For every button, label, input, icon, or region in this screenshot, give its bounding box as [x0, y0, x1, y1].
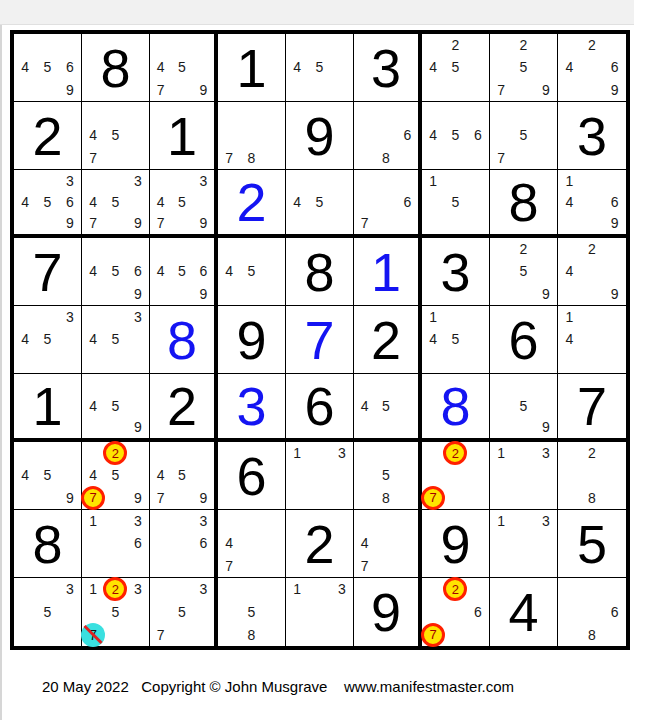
empty-candidate-slot: [558, 34, 581, 56]
empty-candidate-slot: [286, 623, 308, 646]
cell-r8c9[interactable]: 5: [558, 510, 626, 578]
cell-r3c3[interactable]: 34579: [150, 170, 218, 238]
empty-candidate-slot: [127, 555, 149, 577]
cell-r2c4[interactable]: 78: [218, 102, 286, 170]
empty-candidate-slot: [375, 510, 396, 532]
cell-r7c6[interactable]: 58: [354, 442, 422, 510]
empty-candidate-slot: [444, 170, 466, 191]
empty-candidate-slot: [36, 170, 58, 191]
cell-r6c6[interactable]: 45: [354, 374, 422, 442]
candidate-7: 7: [422, 623, 444, 646]
cell-r2c5[interactable]: 9: [286, 102, 354, 170]
candidate-grid: 45: [286, 34, 353, 101]
empty-candidate-slot: [354, 374, 375, 395]
candidate-grid: 145: [422, 306, 489, 373]
candidate-3: 3: [127, 170, 149, 191]
candidate-grid: 45: [286, 170, 353, 234]
empty-candidate-slot: [193, 442, 214, 464]
empty-candidate-slot: [444, 623, 466, 646]
candidate-7: 7: [354, 213, 375, 234]
cell-r7c7[interactable]: 27: [422, 442, 490, 510]
empty-candidate-slot: [104, 374, 126, 395]
empty-candidate-slot: [193, 34, 214, 56]
cell-value: 9: [218, 306, 285, 373]
empty-candidate-slot: [422, 442, 444, 464]
empty-candidate-slot: [171, 510, 192, 532]
empty-candidate-slot: [104, 351, 126, 373]
cell-value: 1: [218, 34, 285, 101]
cell-r4c8[interactable]: 259: [490, 238, 558, 306]
empty-candidate-slot: [286, 79, 308, 101]
cell-r7c1[interactable]: 459: [14, 442, 82, 510]
cyan-elimination-highlight: 7: [81, 623, 105, 647]
cell-r6c5[interactable]: 6: [286, 374, 354, 442]
cell-r7c4[interactable]: 6: [218, 442, 286, 510]
empty-candidate-slot: [490, 487, 512, 509]
cell-r1c5[interactable]: 45: [286, 34, 354, 102]
candidate-5: 5: [512, 395, 534, 416]
empty-candidate-slot: [375, 417, 396, 438]
cell-r5c7[interactable]: 145: [422, 306, 490, 374]
cell-value: 4: [490, 578, 557, 646]
candidate-3: 3: [331, 442, 353, 464]
empty-candidate-slot: [82, 170, 104, 191]
candidate-5: 5: [512, 260, 534, 282]
cell-r1c8[interactable]: 2579: [490, 34, 558, 102]
cell-r6c1[interactable]: 1: [14, 374, 82, 442]
empty-candidate-slot: [467, 351, 489, 373]
cell-r5c1[interactable]: 345: [14, 306, 82, 374]
solver-entered-digit: 1: [354, 238, 418, 305]
candidate-7: 7: [218, 555, 240, 577]
candidate-4: 4: [82, 395, 104, 416]
cell-r1c1[interactable]: 4569: [14, 34, 82, 102]
empty-candidate-slot: [331, 487, 353, 509]
empty-candidate-slot: [308, 601, 330, 624]
empty-candidate-slot: [512, 442, 534, 464]
empty-candidate-slot: [581, 328, 604, 350]
cell-value: 3: [354, 34, 418, 101]
cell-r8c1[interactable]: 8: [14, 510, 82, 578]
candidate-9: 9: [193, 487, 214, 509]
cell-r3c2[interactable]: 34579: [82, 170, 150, 238]
candidate-grid: 245: [422, 34, 489, 101]
candidate-8: 8: [375, 487, 396, 509]
empty-candidate-slot: [603, 442, 626, 464]
cell-r1c6[interactable]: 3: [354, 34, 422, 102]
sudoku-board[interactable]: 4569845791453245257924692457178968456573…: [10, 30, 630, 650]
candidate-grid: 59: [490, 374, 557, 438]
candidate-grid: 345: [82, 306, 149, 373]
empty-candidate-slot: [150, 510, 171, 532]
empty-candidate-slot: [150, 283, 171, 305]
candidate-6: 6: [603, 601, 626, 624]
empty-candidate-slot: [263, 124, 285, 146]
cell-r1c7[interactable]: 245: [422, 34, 490, 102]
cell-r9c8[interactable]: 4: [490, 578, 558, 646]
cell-r5c2[interactable]: 345: [82, 306, 150, 374]
cell-r7c5[interactable]: 13: [286, 442, 354, 510]
candidate-1: 1: [286, 578, 308, 601]
empty-candidate-slot: [397, 510, 418, 532]
cell-r8c3[interactable]: 36: [150, 510, 218, 578]
cell-r3c5[interactable]: 45: [286, 170, 354, 238]
candidate-2: 2: [104, 442, 126, 464]
cell-r8c7[interactable]: 9: [422, 510, 490, 578]
empty-candidate-slot: [490, 374, 512, 395]
cell-r8c2[interactable]: 136: [82, 510, 150, 578]
candidate-6: 6: [397, 191, 418, 212]
empty-candidate-slot: [127, 124, 149, 146]
empty-candidate-slot: [397, 442, 418, 464]
cell-r4c6[interactable]: 1: [354, 238, 422, 306]
cell-r1c9[interactable]: 2469: [558, 34, 626, 102]
candidate-grid: 36: [150, 510, 214, 577]
cell-r9c6[interactable]: 9: [354, 578, 422, 646]
cell-r4c7[interactable]: 3: [422, 238, 490, 306]
cell-r6c8[interactable]: 59: [490, 374, 558, 442]
empty-candidate-slot: [512, 79, 534, 101]
empty-candidate-slot: [240, 532, 262, 554]
empty-candidate-slot: [467, 578, 489, 601]
empty-candidate-slot: [490, 56, 512, 78]
empty-candidate-slot: [150, 170, 171, 191]
empty-candidate-slot: [422, 578, 444, 601]
candidate-4: 4: [422, 328, 444, 350]
empty-candidate-slot: [127, 464, 149, 486]
cell-value: 2: [150, 374, 214, 438]
cell-r6c3[interactable]: 2: [150, 374, 218, 442]
cell-r4c1[interactable]: 7: [14, 238, 82, 306]
empty-candidate-slot: [127, 351, 149, 373]
candidate-4: 4: [14, 464, 36, 486]
empty-candidate-slot: [375, 374, 396, 395]
empty-candidate-slot: [308, 578, 330, 601]
candidate-5: 5: [171, 56, 192, 78]
empty-candidate-slot: [263, 601, 285, 624]
candidate-3: 3: [59, 578, 81, 601]
cell-r8c6[interactable]: 47: [354, 510, 422, 578]
cell-r8c4[interactable]: 47: [218, 510, 286, 578]
empty-candidate-slot: [422, 34, 444, 56]
candidate-8: 8: [240, 147, 262, 169]
empty-candidate-slot: [467, 213, 489, 234]
empty-candidate-slot: [490, 238, 512, 260]
candidate-3: 3: [127, 510, 149, 532]
empty-candidate-slot: [490, 283, 512, 305]
empty-candidate-slot: [444, 102, 466, 124]
candidate-6: 6: [467, 124, 489, 146]
candidate-3: 3: [59, 306, 81, 328]
cell-r2c9[interactable]: 3: [558, 102, 626, 170]
cell-r5c8[interactable]: 6: [490, 306, 558, 374]
cell-value: 2: [14, 102, 81, 169]
cell-r3c9[interactable]: 1469: [558, 170, 626, 238]
empty-candidate-slot: [581, 464, 604, 486]
empty-candidate-slot: [171, 170, 192, 191]
empty-candidate-slot: [397, 395, 418, 416]
solver-entered-digit: 3: [218, 374, 285, 438]
cell-r7c2[interactable]: 24579: [82, 442, 150, 510]
candidate-4: 4: [354, 395, 375, 416]
empty-candidate-slot: [490, 34, 512, 56]
cell-r3c1[interactable]: 34569: [14, 170, 82, 238]
empty-candidate-slot: [354, 510, 375, 532]
cell-r1c4[interactable]: 1: [218, 34, 286, 102]
cell-r9c4[interactable]: 58: [218, 578, 286, 646]
candidate-9: 9: [193, 213, 214, 234]
candidate-5: 5: [36, 56, 58, 78]
empty-candidate-slot: [127, 238, 149, 260]
cell-r2c7[interactable]: 456: [422, 102, 490, 170]
cell-r9c2[interactable]: 12357: [82, 578, 150, 646]
candidate-6: 6: [127, 260, 149, 282]
empty-candidate-slot: [171, 283, 192, 305]
candidate-4: 4: [14, 328, 36, 350]
candidate-9: 9: [603, 283, 626, 305]
cell-r9c9[interactable]: 68: [558, 578, 626, 646]
empty-candidate-slot: [397, 487, 418, 509]
candidate-9: 9: [603, 79, 626, 101]
candidate-5: 5: [171, 191, 192, 212]
empty-candidate-slot: [558, 464, 581, 486]
candidate-5: 5: [444, 124, 466, 146]
candidate-grid: 459: [82, 374, 149, 438]
empty-candidate-slot: [331, 56, 353, 78]
empty-candidate-slot: [82, 417, 104, 438]
cell-value: 9: [422, 510, 489, 577]
candidate-grid: 136: [82, 510, 149, 577]
empty-candidate-slot: [375, 191, 396, 212]
empty-candidate-slot: [354, 487, 375, 509]
empty-candidate-slot: [490, 124, 512, 146]
candidate-4: 4: [150, 56, 171, 78]
empty-candidate-slot: [581, 578, 604, 601]
footer-caption: 20 May 2022 Copyright © John Musgrave ww…: [42, 678, 514, 695]
cell-r5c6[interactable]: 2: [354, 306, 422, 374]
candidate-9: 9: [127, 283, 149, 305]
empty-candidate-slot: [331, 170, 353, 191]
empty-candidate-slot: [218, 578, 240, 601]
cell-r6c9[interactable]: 7: [558, 374, 626, 442]
candidate-grid: 24579: [82, 442, 149, 509]
empty-candidate-slot: [490, 102, 512, 124]
empty-candidate-slot: [354, 464, 375, 486]
candidate-2: 2: [512, 238, 534, 260]
empty-candidate-slot: [422, 102, 444, 124]
empty-candidate-slot: [59, 623, 81, 646]
candidate-5: 5: [104, 191, 126, 212]
cell-r9c1[interactable]: 35: [14, 578, 82, 646]
cell-r8c5[interactable]: 2: [286, 510, 354, 578]
empty-candidate-slot: [512, 464, 534, 486]
empty-candidate-slot: [354, 124, 375, 146]
empty-candidate-slot: [286, 213, 308, 234]
empty-candidate-slot: [59, 601, 81, 624]
candidate-2: 2: [444, 34, 466, 56]
cell-r2c8[interactable]: 57: [490, 102, 558, 170]
candidate-6: 6: [467, 601, 489, 624]
empty-candidate-slot: [422, 79, 444, 101]
empty-candidate-slot: [14, 34, 36, 56]
candidate-8: 8: [240, 623, 262, 646]
candidate-5: 5: [36, 464, 58, 486]
empty-candidate-slot: [104, 306, 126, 328]
candidate-5: 5: [171, 260, 192, 282]
empty-candidate-slot: [240, 283, 262, 305]
cell-r9c5[interactable]: 13: [286, 578, 354, 646]
empty-candidate-slot: [581, 79, 604, 101]
cell-r4c3[interactable]: 4569: [150, 238, 218, 306]
empty-candidate-slot: [535, 487, 557, 509]
candidate-3: 3: [127, 306, 149, 328]
cell-r8c8[interactable]: 13: [490, 510, 558, 578]
cell-r5c4[interactable]: 9: [218, 306, 286, 374]
candidate-5: 5: [444, 191, 466, 212]
empty-candidate-slot: [354, 147, 375, 169]
candidate-7: 7: [82, 487, 104, 509]
empty-candidate-slot: [603, 238, 626, 260]
empty-candidate-slot: [331, 464, 353, 486]
candidate-2: 2: [512, 34, 534, 56]
empty-candidate-slot: [535, 532, 557, 554]
candidate-5: 5: [240, 601, 262, 624]
empty-candidate-slot: [512, 487, 534, 509]
empty-candidate-slot: [263, 238, 285, 260]
candidate-5: 5: [104, 601, 126, 624]
empty-candidate-slot: [467, 464, 489, 486]
empty-candidate-slot: [558, 283, 581, 305]
empty-candidate-slot: [375, 442, 396, 464]
empty-candidate-slot: [127, 328, 149, 350]
candidate-grid: 28: [558, 442, 626, 509]
candidate-grid: 459: [14, 442, 81, 509]
candidate-grid: 68: [354, 102, 418, 169]
empty-candidate-slot: [59, 464, 81, 486]
solver-entered-digit: 2: [218, 170, 285, 234]
empty-candidate-slot: [150, 555, 171, 577]
empty-candidate-slot: [82, 283, 104, 305]
candidate-grid: 249: [558, 238, 626, 305]
empty-candidate-slot: [150, 578, 171, 601]
empty-candidate-slot: [218, 601, 240, 624]
cell-r3c7[interactable]: 15: [422, 170, 490, 238]
cell-r2c2[interactable]: 457: [82, 102, 150, 170]
cell-r7c3[interactable]: 4579: [150, 442, 218, 510]
cell-r1c3[interactable]: 4579: [150, 34, 218, 102]
candidate-4: 4: [286, 56, 308, 78]
candidate-5: 5: [240, 260, 262, 282]
empty-candidate-slot: [240, 238, 262, 260]
empty-candidate-slot: [218, 124, 240, 146]
empty-candidate-slot: [490, 464, 512, 486]
cell-r5c3[interactable]: 8: [150, 306, 218, 374]
empty-candidate-slot: [603, 487, 626, 509]
empty-candidate-slot: [36, 306, 58, 328]
cell-r3c6[interactable]: 67: [354, 170, 422, 238]
empty-candidate-slot: [354, 191, 375, 212]
candidate-4: 4: [82, 260, 104, 282]
candidate-7: 7: [82, 623, 104, 646]
empty-candidate-slot: [308, 170, 330, 191]
cell-r4c5[interactable]: 8: [286, 238, 354, 306]
empty-candidate-slot: [397, 374, 418, 395]
cell-r5c9[interactable]: 14: [558, 306, 626, 374]
empty-candidate-slot: [263, 578, 285, 601]
empty-candidate-slot: [308, 442, 330, 464]
empty-candidate-slot: [218, 623, 240, 646]
empty-candidate-slot: [308, 464, 330, 486]
cell-r3c8[interactable]: 8: [490, 170, 558, 238]
cell-r2c1[interactable]: 2: [14, 102, 82, 170]
cell-r5c5[interactable]: 7: [286, 306, 354, 374]
empty-candidate-slot: [14, 623, 36, 646]
candidate-grid: 78: [218, 102, 285, 169]
empty-candidate-slot: [36, 487, 58, 509]
cell-r6c2[interactable]: 459: [82, 374, 150, 442]
cell-r7c9[interactable]: 28: [558, 442, 626, 510]
candidate-5: 5: [308, 191, 330, 212]
empty-candidate-slot: [397, 170, 418, 191]
cell-r4c4[interactable]: 45: [218, 238, 286, 306]
empty-candidate-slot: [558, 623, 581, 646]
empty-candidate-slot: [558, 351, 581, 373]
candidate-grid: 357: [150, 578, 214, 646]
cell-r2c3[interactable]: 1: [150, 102, 218, 170]
empty-candidate-slot: [422, 213, 444, 234]
cell-r9c7[interactable]: 267: [422, 578, 490, 646]
cell-r6c4[interactable]: 3: [218, 374, 286, 442]
cell-r6c7[interactable]: 8: [422, 374, 490, 442]
cell-r2c6[interactable]: 68: [354, 102, 422, 170]
cell-r3c4[interactable]: 2: [218, 170, 286, 238]
candidate-grid: 4569: [82, 238, 149, 305]
candidate-4: 4: [558, 191, 581, 212]
cell-value: 8: [286, 238, 353, 305]
empty-candidate-slot: [308, 34, 330, 56]
candidate-grid: 34579: [82, 170, 149, 234]
candidate-7: 7: [150, 487, 171, 509]
cell-r7c8[interactable]: 13: [490, 442, 558, 510]
candidate-9: 9: [127, 487, 149, 509]
candidate-6: 6: [397, 124, 418, 146]
cell-r4c9[interactable]: 249: [558, 238, 626, 306]
cell-value: 7: [558, 374, 626, 438]
cell-r1c2[interactable]: 8: [82, 34, 150, 102]
candidate-6: 6: [603, 191, 626, 212]
candidate-grid: 13: [490, 510, 557, 577]
empty-candidate-slot: [603, 351, 626, 373]
empty-candidate-slot: [581, 601, 604, 624]
cell-r4c2[interactable]: 4569: [82, 238, 150, 306]
empty-candidate-slot: [490, 417, 512, 438]
empty-candidate-slot: [104, 170, 126, 191]
empty-candidate-slot: [397, 102, 418, 124]
empty-candidate-slot: [82, 532, 104, 554]
cell-r9c3[interactable]: 357: [150, 578, 218, 646]
empty-candidate-slot: [354, 417, 375, 438]
candidate-1: 1: [490, 510, 512, 532]
empty-candidate-slot: [127, 191, 149, 212]
candidate-3: 3: [193, 510, 214, 532]
empty-candidate-slot: [490, 260, 512, 282]
candidate-3: 3: [535, 510, 557, 532]
empty-candidate-slot: [150, 532, 171, 554]
cell-value: 6: [218, 442, 285, 509]
empty-candidate-slot: [82, 601, 104, 624]
empty-candidate-slot: [263, 260, 285, 282]
candidate-grid: 259: [490, 238, 557, 305]
